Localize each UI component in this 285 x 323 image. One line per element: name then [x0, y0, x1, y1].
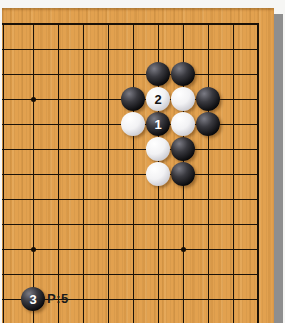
stone-black[interactable] — [196, 112, 220, 136]
grid-line-v — [3, 23, 4, 323]
grid-line-h — [2, 274, 259, 275]
stone-black[interactable] — [171, 162, 195, 186]
grid-line-v — [58, 23, 59, 323]
star-point — [31, 247, 36, 252]
move-caption: P:5 — [47, 291, 69, 306]
board-drop-shadow — [274, 14, 283, 323]
stone-black[interactable] — [121, 87, 145, 111]
grid-line-h — [2, 224, 259, 225]
grid-line-v — [108, 23, 109, 323]
grid-line-v — [257, 23, 259, 323]
go-diagram: 132 P:5 — [0, 0, 285, 323]
grid-line-h — [2, 249, 259, 250]
grid-line-h — [2, 74, 259, 75]
stone-black-move-3[interactable]: 3 — [21, 287, 45, 311]
stone-white[interactable] — [146, 137, 170, 161]
star-point — [31, 97, 36, 102]
stone-white[interactable] — [171, 87, 195, 111]
grid-line-v — [83, 23, 84, 323]
stone-black[interactable] — [171, 62, 195, 86]
grid-line-h — [2, 174, 259, 175]
grid-line-v — [133, 23, 134, 323]
stone-white-move-2[interactable]: 2 — [146, 87, 170, 111]
grid-line-h — [2, 149, 259, 150]
stone-black[interactable] — [171, 137, 195, 161]
star-point — [181, 247, 186, 252]
stone-white[interactable] — [121, 112, 145, 136]
grid-line-h — [2, 49, 259, 50]
grid-line-h — [2, 23, 259, 25]
grid-line-v — [33, 23, 34, 323]
stone-white[interactable] — [171, 112, 195, 136]
grid-line-h — [2, 199, 259, 200]
stone-black-move-1[interactable]: 1 — [146, 112, 170, 136]
stone-black[interactable] — [146, 62, 170, 86]
grid-line-v — [208, 23, 209, 323]
grid-line-v — [233, 23, 234, 323]
stone-white[interactable] — [146, 162, 170, 186]
stone-black[interactable] — [196, 87, 220, 111]
